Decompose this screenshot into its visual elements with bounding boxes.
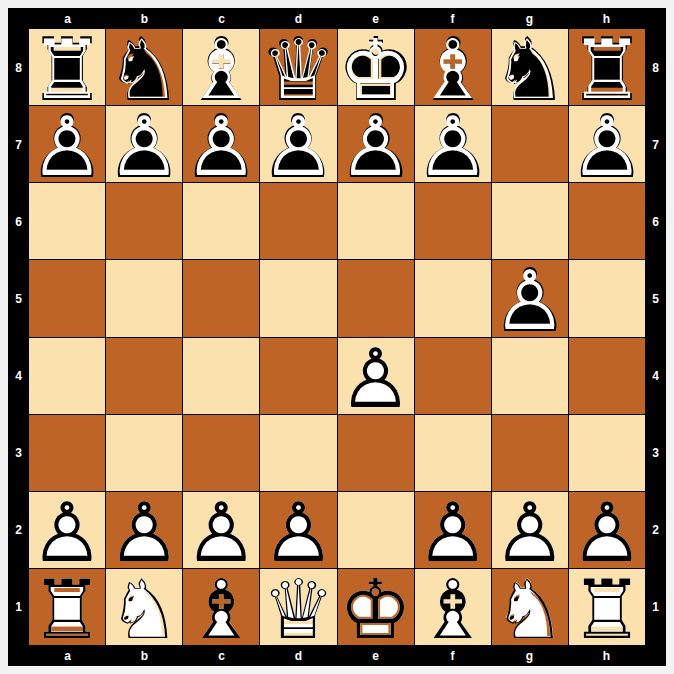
square-b7[interactable]: ♟♙ [106,106,182,182]
piece-black-pawn[interactable]: ♟♙ [338,106,414,182]
piece-black-rook[interactable]: ♜♖ [29,29,105,105]
square-a6[interactable] [29,183,105,259]
piece-white-rook[interactable]: ♜♖ [29,569,105,645]
piece-white-bishop[interactable]: ♝♗ [415,569,491,645]
square-d7[interactable]: ♟♙ [260,106,336,182]
rank-label-2-right: 2 [645,491,666,568]
piece-black-knight[interactable]: ♞♘ [492,29,568,105]
square-b3[interactable] [106,415,182,491]
square-a2[interactable]: ♟♙ [29,492,105,568]
piece-black-bishop[interactable]: ♝♗ [183,29,259,105]
pawn-glyph-outline: ♙ [106,109,182,185]
pawn-glyph-outline: ♙ [183,495,259,571]
square-f1[interactable]: ♝♗ [415,569,491,645]
piece-white-pawn[interactable]: ♟♙ [260,492,336,568]
rank-label-8-right: 8 [645,29,666,106]
square-h8[interactable]: ♜♖ [569,29,645,105]
rank-label-2-left: 2 [8,491,29,568]
pawn-glyph-outline: ♙ [569,109,645,185]
rank-label-5-left: 5 [8,260,29,337]
square-g3[interactable] [492,415,568,491]
square-h3[interactable] [569,415,645,491]
square-f4[interactable] [415,338,491,414]
square-e3[interactable] [338,415,414,491]
bishop-glyph-outline: ♗ [183,572,259,648]
pawn-glyph-outline: ♙ [338,109,414,185]
pawn-glyph-outline: ♙ [183,109,259,185]
rook-glyph-outline: ♖ [29,572,105,648]
square-d5[interactable] [260,260,336,336]
square-c7[interactable]: ♟♙ [183,106,259,182]
piece-white-king[interactable]: ♚♔ [338,569,414,645]
rank-label-4-left: 4 [8,337,29,414]
square-b5[interactable] [106,260,182,336]
bishop-glyph-outline: ♗ [415,572,491,648]
square-f3[interactable] [415,415,491,491]
square-e1[interactable]: ♚♔ [338,569,414,645]
square-h2[interactable]: ♟♙ [569,492,645,568]
pawn-glyph-outline: ♙ [260,109,336,185]
pawn-glyph-outline: ♙ [569,495,645,571]
square-a1[interactable]: ♜♖ [29,569,105,645]
square-h5[interactable] [569,260,645,336]
pawn-glyph-outline: ♙ [29,495,105,571]
rook-glyph-outline: ♖ [569,572,645,648]
square-a4[interactable] [29,338,105,414]
rank-label-1-left: 1 [8,568,29,645]
piece-black-pawn[interactable]: ♟♙ [492,260,568,336]
square-a3[interactable] [29,415,105,491]
square-d3[interactable] [260,415,336,491]
square-c1[interactable]: ♝♗ [183,569,259,645]
square-b2[interactable]: ♟♙ [106,492,182,568]
knight-glyph-outline: ♘ [106,572,182,648]
piece-black-pawn[interactable]: ♟♙ [106,106,182,182]
piece-white-pawn[interactable]: ♟♙ [569,492,645,568]
square-c6[interactable] [183,183,259,259]
square-e2[interactable] [338,492,414,568]
rank-label-7-right: 7 [645,106,666,183]
piece-black-bishop[interactable]: ♝♗ [415,29,491,105]
square-a5[interactable] [29,260,105,336]
square-a7[interactable]: ♟♙ [29,106,105,182]
rank-label-6-left: 6 [8,183,29,260]
square-b6[interactable] [106,183,182,259]
piece-black-queen[interactable]: ♛♕ [260,29,336,105]
piece-white-knight[interactable]: ♞♘ [106,569,182,645]
square-h1[interactable]: ♜♖ [569,569,645,645]
square-d4[interactable] [260,338,336,414]
square-g2[interactable]: ♟♙ [492,492,568,568]
pawn-glyph-outline: ♙ [492,263,568,339]
piece-white-pawn[interactable]: ♟♙ [183,492,259,568]
square-d6[interactable] [260,183,336,259]
square-f7[interactable]: ♟♙ [415,106,491,182]
square-b1[interactable]: ♞♘ [106,569,182,645]
square-c2[interactable]: ♟♙ [183,492,259,568]
square-h7[interactable]: ♟♙ [569,106,645,182]
piece-black-pawn[interactable]: ♟♙ [260,106,336,182]
piece-white-bishop[interactable]: ♝♗ [183,569,259,645]
square-f2[interactable]: ♟♙ [415,492,491,568]
pawn-glyph-outline: ♙ [415,109,491,185]
pawn-glyph-outline: ♙ [29,109,105,185]
square-e7[interactable]: ♟♙ [338,106,414,182]
square-f5[interactable] [415,260,491,336]
square-g8[interactable]: ♞♘ [492,29,568,105]
pawn-glyph-outline: ♙ [106,495,182,571]
piece-black-rook[interactable]: ♜♖ [569,29,645,105]
piece-black-pawn[interactable]: ♟♙ [183,106,259,182]
piece-white-pawn[interactable]: ♟♙ [492,492,568,568]
board-frame: abcdefgh abcdefgh 87654321 87654321 ♜♖♞♘… [8,8,666,666]
rank-label-6-right: 6 [645,183,666,260]
piece-white-rook[interactable]: ♜♖ [569,569,645,645]
piece-white-pawn[interactable]: ♟♙ [106,492,182,568]
square-b8[interactable]: ♞♘ [106,29,182,105]
pawn-glyph-outline: ♙ [492,495,568,571]
square-c4[interactable] [183,338,259,414]
pawn-glyph-outline: ♙ [338,341,414,417]
square-e6[interactable] [338,183,414,259]
square-g1[interactable]: ♞♘ [492,569,568,645]
pawn-glyph-outline: ♙ [260,495,336,571]
piece-white-knight[interactable]: ♞♘ [492,569,568,645]
square-g7[interactable] [492,106,568,182]
rank-label-1-right: 1 [645,568,666,645]
chess-board: ♜♖♞♘♝♗♛♕♚♔♝♗♞♘♜♖♟♙♟♙♟♙♟♙♟♙♟♙♟♙♟♙♟♙♟♙♟♙♟♙… [29,29,645,645]
piece-black-knight[interactable]: ♞♘ [106,29,182,105]
square-a8[interactable]: ♜♖ [29,29,105,105]
square-d1[interactable]: ♛♕ [260,569,336,645]
king-glyph-outline: ♔ [338,572,414,648]
piece-white-queen[interactable]: ♛♕ [260,569,336,645]
square-f8[interactable]: ♝♗ [415,29,491,105]
piece-white-pawn[interactable]: ♟♙ [415,492,491,568]
pawn-glyph-outline: ♙ [415,495,491,571]
square-e8[interactable]: ♚♔ [338,29,414,105]
queen-glyph-outline: ♕ [260,572,336,648]
piece-black-pawn[interactable]: ♟♙ [29,106,105,182]
square-c3[interactable] [183,415,259,491]
square-e4[interactable]: ♟♙ [338,338,414,414]
square-g4[interactable] [492,338,568,414]
knight-glyph-outline: ♘ [492,32,568,108]
rank-labels-right: 87654321 [645,29,666,645]
piece-white-pawn[interactable]: ♟♙ [338,338,414,414]
square-c8[interactable]: ♝♗ [183,29,259,105]
piece-black-king[interactable]: ♚♔ [338,29,414,105]
rank-label-3-left: 3 [8,414,29,491]
square-e5[interactable] [338,260,414,336]
square-b4[interactable] [106,338,182,414]
rank-label-5-right: 5 [645,260,666,337]
knight-glyph-outline: ♘ [492,572,568,648]
square-d8[interactable]: ♛♕ [260,29,336,105]
square-d2[interactable]: ♟♙ [260,492,336,568]
rank-label-4-right: 4 [645,337,666,414]
square-c5[interactable] [183,260,259,336]
rank-label-3-right: 3 [645,414,666,491]
piece-black-pawn[interactable]: ♟♙ [415,106,491,182]
square-f6[interactable] [415,183,491,259]
square-g6[interactable] [492,183,568,259]
square-g5[interactable]: ♟♙ [492,260,568,336]
square-h4[interactable] [569,338,645,414]
piece-white-pawn[interactable]: ♟♙ [29,492,105,568]
square-h6[interactable] [569,183,645,259]
piece-black-pawn[interactable]: ♟♙ [569,106,645,182]
